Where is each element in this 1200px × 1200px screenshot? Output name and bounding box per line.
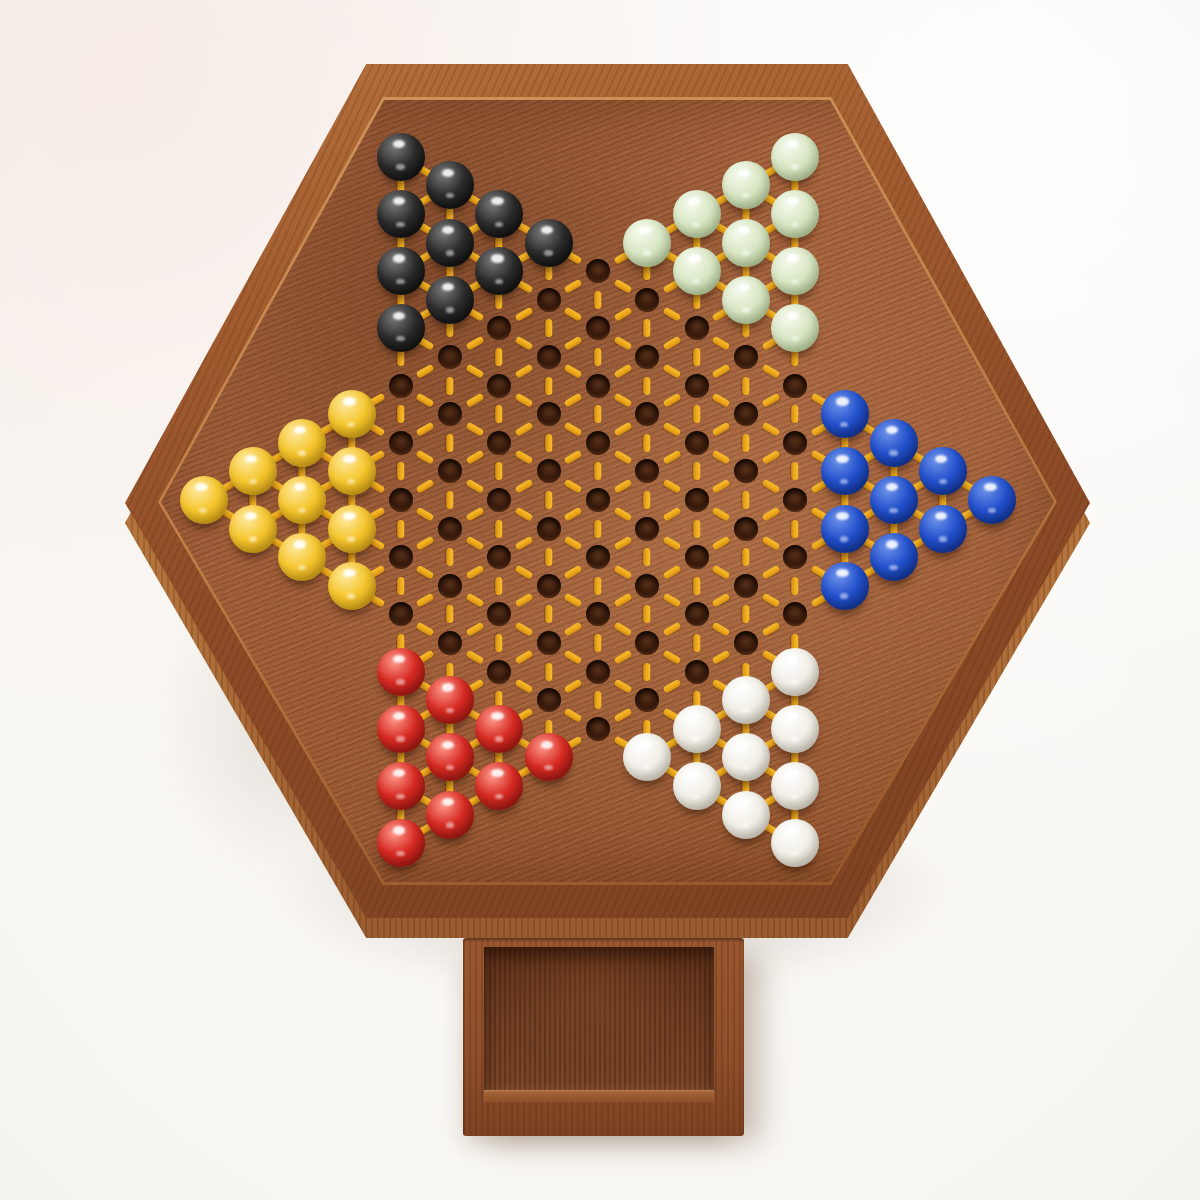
marble-black[interactable] (377, 133, 425, 181)
marble-blue[interactable] (870, 419, 918, 467)
marble-blue[interactable] (919, 447, 967, 495)
lattice-dash (496, 348, 503, 366)
lattice-dash (613, 536, 632, 551)
hole-c10-r5[interactable] (685, 488, 709, 512)
lattice-dash (712, 621, 731, 636)
lattice-dash (564, 707, 583, 722)
hole-c9-r5[interactable] (635, 517, 659, 541)
lattice-dash (515, 478, 534, 493)
lattice-dash (465, 393, 484, 408)
marble-white[interactable] (722, 791, 770, 839)
lattice-dash (545, 319, 552, 337)
hole-c7-r1[interactable] (537, 288, 561, 312)
lattice-dash (613, 307, 632, 322)
hole-c5-r6[interactable] (438, 517, 462, 541)
hole-c5-r5[interactable] (438, 459, 462, 483)
hole-c6-r3[interactable] (487, 374, 511, 398)
hole-c9-r6[interactable] (635, 574, 659, 598)
marble-yellow[interactable] (328, 562, 376, 610)
hole-c10-r8[interactable] (685, 660, 709, 684)
lattice-dash (743, 548, 750, 566)
lattice-dash (416, 536, 435, 551)
marble-red[interactable] (426, 791, 474, 839)
lattice-dash (613, 593, 632, 608)
lattice-dash (613, 278, 632, 293)
marble-yellow[interactable] (229, 505, 277, 553)
lattice-dash (595, 348, 602, 366)
marble-red[interactable] (377, 705, 425, 753)
hole-c4-r8[interactable] (389, 602, 413, 626)
lattice-dash (515, 536, 534, 551)
lattice-dash (595, 520, 602, 538)
lattice-dash (663, 507, 682, 522)
lattice-dash (564, 650, 583, 665)
lattice-dash (712, 335, 731, 350)
lattice-dash (761, 536, 780, 551)
lattice-dash (545, 491, 552, 509)
marble-pale-green[interactable] (771, 304, 819, 352)
lattice-dash (613, 564, 632, 579)
marble-pale-green[interactable] (673, 190, 721, 238)
hole-c12-r4[interactable] (783, 374, 807, 398)
lattice-dash (693, 405, 700, 423)
lattice-dash (663, 364, 682, 379)
marble-white[interactable] (771, 819, 819, 867)
lattice-dash (613, 650, 632, 665)
lattice-dash (564, 536, 583, 551)
lattice-dash (761, 364, 780, 379)
lattice-dash (595, 577, 602, 595)
hole-c6-r4[interactable] (487, 431, 511, 455)
lattice-dash (465, 421, 484, 436)
lattice-dash (613, 621, 632, 636)
lattice-dash (545, 605, 552, 623)
lattice-dash (564, 478, 583, 493)
lattice-dash (398, 520, 405, 538)
lattice-dash (564, 679, 583, 694)
lattice-dash (663, 593, 682, 608)
lattice-dash (564, 593, 583, 608)
lattice-dash (743, 434, 750, 452)
marble-yellow[interactable] (278, 533, 326, 581)
scene (0, 0, 1200, 1200)
lattice-dash (761, 478, 780, 493)
lattice-dash (398, 577, 405, 595)
lattice-dash (545, 548, 552, 566)
marble-red[interactable] (377, 762, 425, 810)
hole-c11-r6[interactable] (734, 517, 758, 541)
lattice-dash (416, 621, 435, 636)
lattice-dash (496, 520, 503, 538)
hole-c9-r8[interactable] (635, 688, 659, 712)
lattice-dash (693, 577, 700, 595)
hole-c11-r7[interactable] (734, 574, 758, 598)
lattice-dash (761, 593, 780, 608)
lattice-dash (564, 335, 583, 350)
hole-c10-r3[interactable] (685, 374, 709, 398)
marble-black[interactable] (475, 247, 523, 295)
lattice-dash (761, 564, 780, 579)
lattice-dash (496, 462, 503, 480)
hole-c9-r7[interactable] (635, 631, 659, 655)
lattice-dash (644, 491, 651, 509)
hole-c9-r2[interactable] (635, 345, 659, 369)
hole-c8-r0[interactable] (586, 259, 610, 283)
lattice-dash (644, 663, 651, 681)
lattice-dash (465, 507, 484, 522)
hole-c11-r5[interactable] (734, 459, 758, 483)
marble-blue[interactable] (821, 390, 869, 438)
lattice-dash (515, 564, 534, 579)
hole-c11-r8[interactable] (734, 631, 758, 655)
marble-blue[interactable] (968, 476, 1016, 524)
lattice-dash (644, 605, 651, 623)
lattice-dash (515, 335, 534, 350)
lattice-dash (465, 450, 484, 465)
lattice-dash (743, 491, 750, 509)
lattice-dash (416, 478, 435, 493)
lattice-dash (564, 507, 583, 522)
lattice-dash (663, 478, 682, 493)
hole-c8-r2[interactable] (586, 374, 610, 398)
hole-c6-r6[interactable] (487, 545, 511, 569)
lattice-dash (515, 421, 534, 436)
lattice-dash (693, 348, 700, 366)
lattice-dash (515, 507, 534, 522)
hole-c5-r3[interactable] (438, 345, 462, 369)
lattice-dash (792, 577, 799, 595)
lattice-dash (761, 450, 780, 465)
lattice-dash (663, 621, 682, 636)
lattice-dash (416, 507, 435, 522)
lattice-dash (644, 319, 651, 337)
lattice-dash (663, 679, 682, 694)
hole-c6-r7[interactable] (487, 602, 511, 626)
lattice-dash (613, 450, 632, 465)
marble-black[interactable] (475, 190, 523, 238)
marble-pale-green[interactable] (771, 190, 819, 238)
lattice-dash (465, 335, 484, 350)
lattice-dash (416, 593, 435, 608)
lattice-dash (515, 621, 534, 636)
lattice-dash (515, 450, 534, 465)
lattice-dash (496, 577, 503, 595)
marble-pale-green[interactable] (722, 219, 770, 267)
lattice-dash (398, 462, 405, 480)
marble-pale-green[interactable] (771, 247, 819, 295)
lattice-dash (416, 393, 435, 408)
lattice-dash (743, 377, 750, 395)
lattice-dash (712, 536, 731, 551)
lattice (0, 0, 1200, 1200)
hole-c12-r5[interactable] (783, 431, 807, 455)
marble-black[interactable] (377, 304, 425, 352)
marble-red[interactable] (475, 762, 523, 810)
lattice-dash (693, 520, 700, 538)
hole-c4-r7[interactable] (389, 545, 413, 569)
lattice-dash (595, 291, 602, 309)
marble-blue[interactable] (821, 447, 869, 495)
lattice-dash (712, 650, 731, 665)
lattice-dash (613, 707, 632, 722)
lattice-dash (613, 364, 632, 379)
lattice-dash (416, 564, 435, 579)
marble-red[interactable] (377, 648, 425, 696)
lattice-dash (447, 605, 454, 623)
lattice-dash (515, 650, 534, 665)
lattice-dash (761, 621, 780, 636)
marble-red[interactable] (426, 676, 474, 724)
hole-c12-r7[interactable] (783, 545, 807, 569)
lattice-dash (447, 491, 454, 509)
lattice-dash (644, 434, 651, 452)
lattice-dash (416, 421, 435, 436)
marble-blue[interactable] (870, 533, 918, 581)
hole-c11-r4[interactable] (734, 402, 758, 426)
lattice-dash (712, 450, 731, 465)
hole-c10-r2[interactable] (685, 316, 709, 340)
lattice-dash (465, 478, 484, 493)
lattice-dash (465, 650, 484, 665)
lattice-dash (663, 536, 682, 551)
lattice-dash (761, 507, 780, 522)
marble-yellow[interactable] (180, 476, 228, 524)
hole-c7-r4[interactable] (537, 459, 561, 483)
lattice-dash (663, 650, 682, 665)
lattice-dash (663, 335, 682, 350)
marble-white[interactable] (673, 762, 721, 810)
hole-c5-r8[interactable] (438, 631, 462, 655)
lattice-dash (545, 434, 552, 452)
lattice-dash (595, 405, 602, 423)
marble-red[interactable] (525, 733, 573, 781)
lattice-dash (465, 621, 484, 636)
marble-white[interactable] (771, 648, 819, 696)
lattice-dash (564, 278, 583, 293)
marble-white[interactable] (623, 733, 671, 781)
lattice-dash (465, 564, 484, 579)
hole-c6-r8[interactable] (487, 660, 511, 684)
lattice-dash (613, 393, 632, 408)
lattice-dash (792, 405, 799, 423)
lattice-dash (613, 507, 632, 522)
hole-c7-r7[interactable] (537, 631, 561, 655)
marble-red[interactable] (426, 733, 474, 781)
lattice-dash (416, 364, 435, 379)
lattice-dash (613, 335, 632, 350)
hole-c6-r2[interactable] (487, 316, 511, 340)
marble-pale-green[interactable] (623, 219, 671, 267)
lattice-dash (712, 593, 731, 608)
lattice-dash (398, 405, 405, 423)
hole-c7-r2[interactable] (537, 345, 561, 369)
lattice-dash (663, 450, 682, 465)
hole-c11-r3[interactable] (734, 345, 758, 369)
hole-c7-r3[interactable] (537, 402, 561, 426)
hole-c8-r8[interactable] (586, 717, 610, 741)
lattice-dash (496, 634, 503, 652)
hole-c8-r7[interactable] (586, 660, 610, 684)
lattice-dash (712, 564, 731, 579)
lattice-dash (465, 364, 484, 379)
lattice-dash (693, 462, 700, 480)
lattice-dash (515, 679, 534, 694)
lattice-dash (465, 593, 484, 608)
lattice-dash (515, 593, 534, 608)
hole-c7-r8[interactable] (537, 688, 561, 712)
marble-pale-green[interactable] (673, 247, 721, 295)
marble-white[interactable] (771, 705, 819, 753)
marble-blue[interactable] (870, 476, 918, 524)
hole-c8-r1[interactable] (586, 316, 610, 340)
lattice-dash (792, 520, 799, 538)
hole-c8-r6[interactable] (586, 602, 610, 626)
hole-c7-r6[interactable] (537, 574, 561, 598)
marble-yellow[interactable] (278, 476, 326, 524)
marble-red[interactable] (475, 705, 523, 753)
marble-pale-green[interactable] (722, 276, 770, 324)
lattice-dash (564, 450, 583, 465)
marble-blue[interactable] (821, 562, 869, 610)
lattice-dash (564, 393, 583, 408)
lattice-dash (564, 364, 583, 379)
hole-c7-r5[interactable] (537, 517, 561, 541)
lattice-dash (416, 450, 435, 465)
marble-yellow[interactable] (278, 419, 326, 467)
lattice-dash (545, 663, 552, 681)
marble-blue[interactable] (919, 505, 967, 553)
lattice-dash (447, 548, 454, 566)
hole-c10-r6[interactable] (685, 545, 709, 569)
marble-black[interactable] (426, 276, 474, 324)
marble-yellow[interactable] (229, 447, 277, 495)
lattice-dash (712, 364, 731, 379)
lattice-dash (595, 462, 602, 480)
lattice-dash (564, 307, 583, 322)
hole-c8-r5[interactable] (586, 545, 610, 569)
hole-c12-r8[interactable] (783, 602, 807, 626)
lattice-dash (545, 377, 552, 395)
lattice-dash (595, 691, 602, 709)
hole-c4-r6[interactable] (389, 488, 413, 512)
marble-white[interactable] (722, 676, 770, 724)
lattice-dash (465, 536, 484, 551)
lattice-dash (792, 462, 799, 480)
lattice-dash (564, 564, 583, 579)
lattice-dash (712, 507, 731, 522)
lattice-dash (564, 421, 583, 436)
lattice-dash (663, 564, 682, 579)
marble-yellow[interactable] (328, 505, 376, 553)
lattice-dash (663, 307, 682, 322)
hole-c4-r4[interactable] (389, 374, 413, 398)
hole-c10-r4[interactable] (685, 431, 709, 455)
lattice-dash (663, 421, 682, 436)
lattice-dash (515, 307, 534, 322)
lattice-dash (761, 421, 780, 436)
hole-c8-r4[interactable] (586, 488, 610, 512)
lattice-dash (712, 421, 731, 436)
marble-white[interactable] (722, 733, 770, 781)
lattice-dash (515, 364, 534, 379)
lattice-dash (712, 478, 731, 493)
marble-black[interactable] (426, 219, 474, 267)
hole-c8-r3[interactable] (586, 431, 610, 455)
hole-c12-r6[interactable] (783, 488, 807, 512)
lattice-dash (761, 393, 780, 408)
lattice-dash (613, 421, 632, 436)
lattice-dash (447, 377, 454, 395)
lattice-dash (496, 405, 503, 423)
lattice-dash (447, 434, 454, 452)
lattice-dash (712, 393, 731, 408)
hole-c9-r1[interactable] (635, 288, 659, 312)
hole-c5-r7[interactable] (438, 574, 462, 598)
marble-black[interactable] (426, 161, 474, 209)
marble-black[interactable] (377, 247, 425, 295)
marble-black[interactable] (525, 219, 573, 267)
lattice-dash (613, 679, 632, 694)
lattice-dash (644, 548, 651, 566)
hole-c10-r7[interactable] (685, 602, 709, 626)
marble-blue[interactable] (821, 505, 869, 553)
marble-black[interactable] (377, 190, 425, 238)
hole-c9-r3[interactable] (635, 402, 659, 426)
lattice-dash (595, 634, 602, 652)
hole-c5-r4[interactable] (438, 402, 462, 426)
hole-c6-r5[interactable] (487, 488, 511, 512)
lattice-dash (613, 478, 632, 493)
marble-yellow[interactable] (328, 447, 376, 495)
hole-c9-r4[interactable] (635, 459, 659, 483)
lattice-dash (693, 634, 700, 652)
lattice-dash (644, 377, 651, 395)
marble-white[interactable] (673, 705, 721, 753)
lattice-dash (743, 605, 750, 623)
marble-red[interactable] (377, 819, 425, 867)
lattice-dash (564, 621, 583, 636)
marble-yellow[interactable] (328, 390, 376, 438)
lattice-dash (663, 393, 682, 408)
marble-white[interactable] (771, 762, 819, 810)
marble-pale-green[interactable] (722, 161, 770, 209)
marble-pale-green[interactable] (771, 133, 819, 181)
hole-c4-r5[interactable] (389, 431, 413, 455)
lattice-dash (515, 393, 534, 408)
